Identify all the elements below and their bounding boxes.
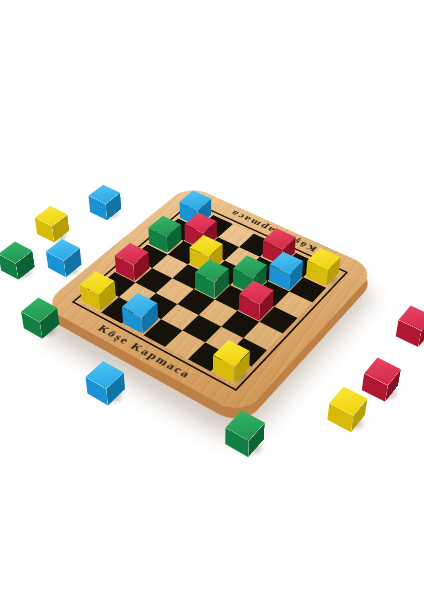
table-surface: Köşe Kapmaca Köşe Kapmaca	[0, 55, 424, 600]
cube-green[interactable]	[1, 258, 35, 280]
cube-green[interactable]	[225, 427, 264, 458]
product-photo-scene: Köşe Kapmaca Köşe Kapmaca	[0, 0, 424, 600]
board-cell-r5c7[interactable]	[244, 322, 283, 350]
board-cell-r6c4[interactable]	[161, 304, 199, 331]
cube-yellow[interactable]	[327, 403, 364, 432]
cube-green[interactable]	[24, 314, 60, 339]
board-cell-r6c5[interactable]	[182, 315, 221, 342]
cube-blue[interactable]	[48, 255, 81, 277]
cube-red[interactable]	[396, 322, 424, 347]
cube-blue[interactable]	[88, 377, 126, 405]
cube-blue[interactable]	[90, 201, 121, 220]
cube-yellow[interactable]	[82, 288, 116, 311]
